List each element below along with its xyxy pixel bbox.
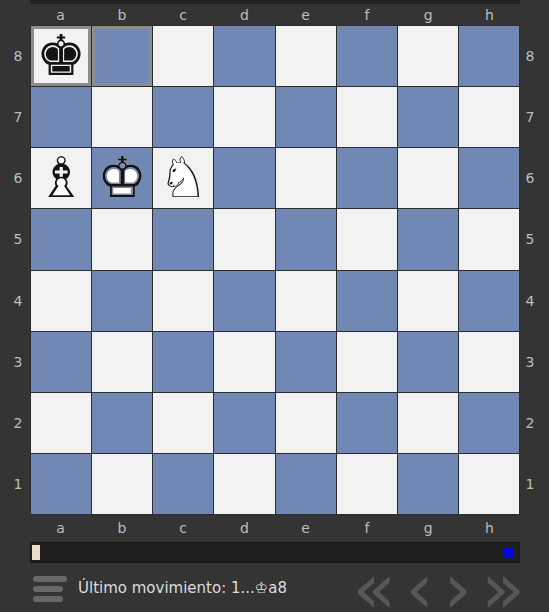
rank-label-3: 3 xyxy=(516,331,544,392)
square-e7[interactable] xyxy=(276,87,336,147)
square-g3[interactable] xyxy=(398,332,458,392)
square-b4[interactable] xyxy=(92,271,152,331)
file-label-a: a xyxy=(30,513,91,543)
rank-labels-right: 87654321 xyxy=(516,25,544,515)
square-h2[interactable] xyxy=(459,393,519,453)
square-a7[interactable] xyxy=(31,87,91,147)
square-c3[interactable] xyxy=(153,332,213,392)
file-label-e: e xyxy=(275,4,336,25)
square-g1[interactable] xyxy=(398,454,458,514)
square-f6[interactable] xyxy=(337,148,397,208)
square-b3[interactable] xyxy=(92,332,152,392)
hamburger-bar xyxy=(33,586,63,592)
square-c4[interactable] xyxy=(153,271,213,331)
square-d7[interactable] xyxy=(214,87,274,147)
square-h6[interactable] xyxy=(459,148,519,208)
square-d8[interactable] xyxy=(214,26,274,86)
square-e8[interactable] xyxy=(276,26,336,86)
square-b2[interactable] xyxy=(92,393,152,453)
square-d5[interactable] xyxy=(214,209,274,269)
square-b8[interactable] xyxy=(92,26,152,86)
file-label-b: b xyxy=(91,513,152,543)
square-f2[interactable] xyxy=(337,393,397,453)
square-c2[interactable] xyxy=(153,393,213,453)
square-d6[interactable] xyxy=(214,148,274,208)
square-e6[interactable] xyxy=(276,148,336,208)
square-f4[interactable] xyxy=(337,271,397,331)
rank-label-4: 4 xyxy=(516,270,544,331)
rank-label-2: 2 xyxy=(516,393,544,454)
square-h3[interactable] xyxy=(459,332,519,392)
square-h1[interactable] xyxy=(459,454,519,514)
square-c7[interactable] xyxy=(153,87,213,147)
file-labels-bottom: abcdefgh xyxy=(30,513,520,543)
square-d3[interactable] xyxy=(214,332,274,392)
bottom-controls: Último movimiento: 1...♔a8 «‹›» xyxy=(0,563,549,612)
square-f8[interactable] xyxy=(337,26,397,86)
chess-app: abcdefgh 87654321 ♚♝♗♚♔♞♘ 87654321 abcde… xyxy=(0,0,549,612)
file-label-h: h xyxy=(459,4,520,25)
square-g5[interactable] xyxy=(398,209,458,269)
hamburger-bar xyxy=(33,596,63,602)
file-label-e: e xyxy=(275,513,336,543)
square-a1[interactable] xyxy=(31,454,91,514)
square-e3[interactable] xyxy=(276,332,336,392)
square-c6[interactable]: ♞♘ xyxy=(153,148,213,208)
file-label-b: b xyxy=(91,4,152,25)
square-e2[interactable] xyxy=(276,393,336,453)
piece-white-king: ♚♔ xyxy=(97,150,147,206)
square-g7[interactable] xyxy=(398,87,458,147)
square-g8[interactable] xyxy=(398,26,458,86)
piece-white-bishop: ♝♗ xyxy=(36,150,86,206)
square-b7[interactable] xyxy=(92,87,152,147)
square-h5[interactable] xyxy=(459,209,519,269)
file-label-a: a xyxy=(30,4,91,25)
piece-black-king: ♚ xyxy=(36,28,86,84)
board: ♚♝♗♚♔♞♘ xyxy=(30,25,520,515)
square-h4[interactable] xyxy=(459,271,519,331)
square-a6[interactable]: ♝♗ xyxy=(31,148,91,208)
file-label-c: c xyxy=(153,4,214,25)
seek-marker[interactable] xyxy=(32,545,40,560)
square-g4[interactable] xyxy=(398,271,458,331)
square-e4[interactable] xyxy=(276,271,336,331)
square-g2[interactable] xyxy=(398,393,458,453)
file-label-g: g xyxy=(398,4,459,25)
file-label-d: d xyxy=(214,513,275,543)
square-c1[interactable] xyxy=(153,454,213,514)
square-g6[interactable] xyxy=(398,148,458,208)
file-label-f: f xyxy=(336,4,397,25)
square-e5[interactable] xyxy=(276,209,336,269)
square-b1[interactable] xyxy=(92,454,152,514)
first-move-button[interactable]: « xyxy=(352,568,396,608)
square-f1[interactable] xyxy=(337,454,397,514)
previous-move-button[interactable]: ‹ xyxy=(405,568,434,608)
square-f7[interactable] xyxy=(337,87,397,147)
square-c5[interactable] xyxy=(153,209,213,269)
square-f3[interactable] xyxy=(337,332,397,392)
square-c8[interactable] xyxy=(153,26,213,86)
square-a5[interactable] xyxy=(31,209,91,269)
square-a4[interactable] xyxy=(31,271,91,331)
move-navigation: «‹›» xyxy=(352,563,525,612)
square-a2[interactable] xyxy=(31,393,91,453)
rank-label-8: 8 xyxy=(516,25,544,86)
square-h7[interactable] xyxy=(459,87,519,147)
file-label-d: d xyxy=(214,4,275,25)
square-a8[interactable]: ♚ xyxy=(31,26,91,86)
square-a3[interactable] xyxy=(31,332,91,392)
square-b5[interactable] xyxy=(92,209,152,269)
square-b6[interactable]: ♚♔ xyxy=(92,148,152,208)
file-label-f: f xyxy=(336,513,397,543)
rank-label-5: 5 xyxy=(516,209,544,270)
square-e1[interactable] xyxy=(276,454,336,514)
file-label-c: c xyxy=(153,513,214,543)
square-d4[interactable] xyxy=(214,271,274,331)
square-f5[interactable] xyxy=(337,209,397,269)
rank-label-7: 7 xyxy=(516,86,544,147)
rank-label-1: 1 xyxy=(516,454,544,515)
piece-white-knight: ♞♘ xyxy=(158,150,208,206)
file-label-g: g xyxy=(398,513,459,543)
hamburger-bar xyxy=(33,576,67,582)
file-labels-top: abcdefgh xyxy=(30,4,520,25)
next-move-button[interactable]: › xyxy=(443,568,472,608)
file-label-h: h xyxy=(459,513,520,543)
rank-label-6: 6 xyxy=(516,148,544,209)
square-d2[interactable] xyxy=(214,393,274,453)
square-d1[interactable] xyxy=(214,454,274,514)
square-h8[interactable] xyxy=(459,26,519,86)
last-move-button[interactable]: » xyxy=(481,568,525,608)
last-move-status: Último movimiento: 1...♔a8 xyxy=(78,563,287,612)
hamburger-icon[interactable] xyxy=(33,576,67,606)
